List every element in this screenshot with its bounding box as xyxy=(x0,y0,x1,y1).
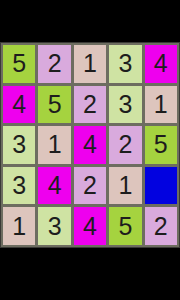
cell-r3c3[interactable]: 4 xyxy=(74,126,106,164)
cell-r2c1[interactable]: 4 xyxy=(3,86,35,124)
cell-r1c5[interactable]: 4 xyxy=(145,45,177,83)
cell-r1c3[interactable]: 1 xyxy=(74,45,106,83)
cell-r2c2[interactable]: 5 xyxy=(38,86,70,124)
cell-r3c4[interactable]: 2 xyxy=(109,126,141,164)
cell-r2c5[interactable]: 1 xyxy=(145,86,177,124)
cell-r1c1[interactable]: 5 xyxy=(3,45,35,83)
cell-r5c3[interactable]: 4 xyxy=(74,207,106,245)
cell-r5c2[interactable]: 3 xyxy=(38,207,70,245)
cell-r3c5[interactable]: 5 xyxy=(145,126,177,164)
cell-r2c4[interactable]: 3 xyxy=(109,86,141,124)
cell-r4c4[interactable]: 1 xyxy=(109,167,141,205)
cell-r5c5[interactable]: 2 xyxy=(145,207,177,245)
cell-r4c1[interactable]: 3 xyxy=(3,167,35,205)
cell-r5c4[interactable]: 5 xyxy=(109,207,141,245)
cell-r5c1[interactable]: 1 xyxy=(3,207,35,245)
cell-r3c2[interactable]: 1 xyxy=(38,126,70,164)
app-background: 521344523131425342113452 xyxy=(0,0,180,300)
cell-r1c4[interactable]: 3 xyxy=(109,45,141,83)
cell-r3c1[interactable]: 3 xyxy=(3,126,35,164)
cell-r1c2[interactable]: 2 xyxy=(38,45,70,83)
cell-r4c5[interactable] xyxy=(145,167,177,205)
cell-r2c3[interactable]: 2 xyxy=(74,86,106,124)
board-grid: 521344523131425342113452 xyxy=(0,42,180,248)
cell-r4c3[interactable]: 2 xyxy=(74,167,106,205)
cell-r4c2[interactable]: 4 xyxy=(38,167,70,205)
